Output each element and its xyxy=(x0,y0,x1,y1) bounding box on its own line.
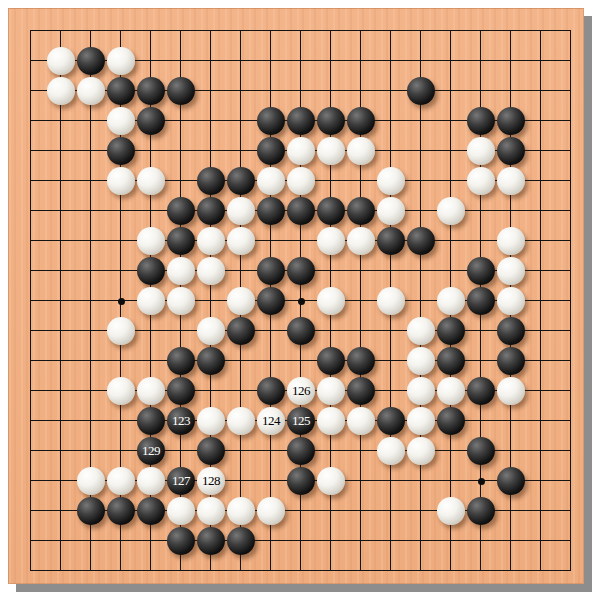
white-stone xyxy=(317,377,345,405)
black-stone xyxy=(317,197,345,225)
black-stone xyxy=(257,377,285,405)
black-stone xyxy=(467,257,495,285)
move-number-label: 123 xyxy=(172,413,190,428)
black-stone xyxy=(437,347,465,375)
white-stone xyxy=(497,377,525,405)
white-stone xyxy=(377,287,405,315)
black-stone xyxy=(197,197,225,225)
white-stone xyxy=(167,257,195,285)
white-stone xyxy=(197,497,225,525)
black-stone xyxy=(257,287,285,315)
black-stone xyxy=(467,287,495,315)
white-stone xyxy=(407,377,435,405)
white-stone xyxy=(197,317,225,345)
white-stone xyxy=(287,167,315,195)
black-stone xyxy=(137,77,165,105)
black-stone xyxy=(467,377,495,405)
white-stone xyxy=(407,437,435,465)
white-stone xyxy=(107,167,135,195)
white-stone xyxy=(167,497,195,525)
black-stone xyxy=(437,317,465,345)
white-stone xyxy=(227,227,255,255)
white-stone xyxy=(167,287,195,315)
black-stone xyxy=(287,257,315,285)
black-stone xyxy=(287,437,315,465)
white-stone xyxy=(407,317,435,345)
white-stone xyxy=(317,407,345,435)
black-stone xyxy=(497,137,525,165)
move-number-label: 126 xyxy=(292,383,310,398)
black-stone xyxy=(197,437,225,465)
black-stone xyxy=(257,137,285,165)
black-stone xyxy=(407,77,435,105)
black-stone: 127 xyxy=(167,467,195,495)
black-stone xyxy=(77,47,105,75)
white-stone xyxy=(317,467,345,495)
white-stone: 128 xyxy=(197,467,225,495)
white-stone xyxy=(347,407,375,435)
black-stone xyxy=(257,197,285,225)
black-stone xyxy=(377,227,405,255)
white-stone xyxy=(227,497,255,525)
white-stone xyxy=(497,167,525,195)
black-stone xyxy=(167,527,195,555)
white-stone xyxy=(497,287,525,315)
white-stone xyxy=(137,167,165,195)
white-stone xyxy=(317,287,345,315)
black-stone xyxy=(317,107,345,135)
white-stone xyxy=(317,137,345,165)
white-stone xyxy=(107,377,135,405)
black-stone xyxy=(287,197,315,225)
white-stone xyxy=(107,317,135,345)
white-stone xyxy=(77,77,105,105)
black-stone xyxy=(77,497,105,525)
black-stone xyxy=(347,197,375,225)
star-point xyxy=(478,478,485,485)
black-stone xyxy=(197,167,225,195)
white-stone xyxy=(437,377,465,405)
white-stone xyxy=(377,167,405,195)
move-number-label: 125 xyxy=(292,413,310,428)
black-stone xyxy=(137,407,165,435)
black-stone xyxy=(437,407,465,435)
black-stone xyxy=(347,107,375,135)
black-stone xyxy=(137,107,165,135)
white-stone xyxy=(107,47,135,75)
white-stone xyxy=(47,47,75,75)
black-stone xyxy=(467,497,495,525)
white-stone xyxy=(227,197,255,225)
white-stone xyxy=(197,227,225,255)
go-board[interactable]: 126123124125129127128 xyxy=(8,8,584,584)
white-stone xyxy=(197,257,225,285)
black-stone xyxy=(467,107,495,135)
white-stone xyxy=(137,467,165,495)
white-stone xyxy=(467,167,495,195)
black-stone xyxy=(107,77,135,105)
white-stone xyxy=(497,257,525,285)
black-stone: 129 xyxy=(137,437,165,465)
black-stone xyxy=(287,467,315,495)
white-stone xyxy=(197,407,225,435)
black-stone xyxy=(287,107,315,135)
black-stone: 125 xyxy=(287,407,315,435)
black-stone xyxy=(197,527,225,555)
black-stone xyxy=(107,137,135,165)
black-stone xyxy=(257,257,285,285)
black-stone xyxy=(377,407,405,435)
black-stone xyxy=(497,317,525,345)
white-stone: 126 xyxy=(287,377,315,405)
white-stone xyxy=(377,437,405,465)
black-stone xyxy=(107,497,135,525)
white-stone xyxy=(137,377,165,405)
black-stone xyxy=(467,437,495,465)
white-stone xyxy=(347,137,375,165)
white-stone xyxy=(137,227,165,255)
white-stone xyxy=(347,227,375,255)
white-stone xyxy=(497,227,525,255)
move-number-label: 128 xyxy=(202,473,220,488)
white-stone xyxy=(407,407,435,435)
white-stone xyxy=(257,497,285,525)
black-stone xyxy=(347,347,375,375)
black-stone xyxy=(167,347,195,375)
black-stone xyxy=(347,377,375,405)
white-stone xyxy=(107,107,135,135)
black-stone xyxy=(227,527,255,555)
black-stone xyxy=(287,317,315,345)
white-stone xyxy=(467,137,495,165)
page-background: { "game": "Go", "board": { "size": 19, "… xyxy=(0,0,600,600)
move-number-label: 124 xyxy=(262,413,280,428)
white-stone xyxy=(137,287,165,315)
white-stone xyxy=(227,407,255,435)
black-stone xyxy=(167,227,195,255)
star-point xyxy=(118,298,125,305)
white-stone xyxy=(287,137,315,165)
black-stone xyxy=(497,347,525,375)
black-stone: 123 xyxy=(167,407,195,435)
black-stone xyxy=(227,317,255,345)
black-stone xyxy=(317,347,345,375)
white-stone xyxy=(437,497,465,525)
white-stone xyxy=(407,347,435,375)
move-number-label: 127 xyxy=(172,473,190,488)
black-stone xyxy=(197,347,225,375)
black-stone xyxy=(167,377,195,405)
white-stone xyxy=(437,287,465,315)
black-stone xyxy=(137,497,165,525)
white-stone xyxy=(317,227,345,255)
black-stone xyxy=(257,107,285,135)
black-stone xyxy=(497,107,525,135)
white-stone xyxy=(377,197,405,225)
move-number-label: 129 xyxy=(142,443,160,458)
black-stone xyxy=(407,227,435,255)
black-stone xyxy=(167,197,195,225)
white-stone xyxy=(77,467,105,495)
black-stone xyxy=(167,77,195,105)
white-stone xyxy=(47,77,75,105)
white-stone xyxy=(437,197,465,225)
white-stone xyxy=(107,467,135,495)
star-point xyxy=(298,298,305,305)
black-stone xyxy=(227,167,255,195)
white-stone xyxy=(257,167,285,195)
white-stone xyxy=(227,287,255,315)
black-stone xyxy=(497,467,525,495)
white-stone: 124 xyxy=(257,407,285,435)
black-stone xyxy=(137,257,165,285)
